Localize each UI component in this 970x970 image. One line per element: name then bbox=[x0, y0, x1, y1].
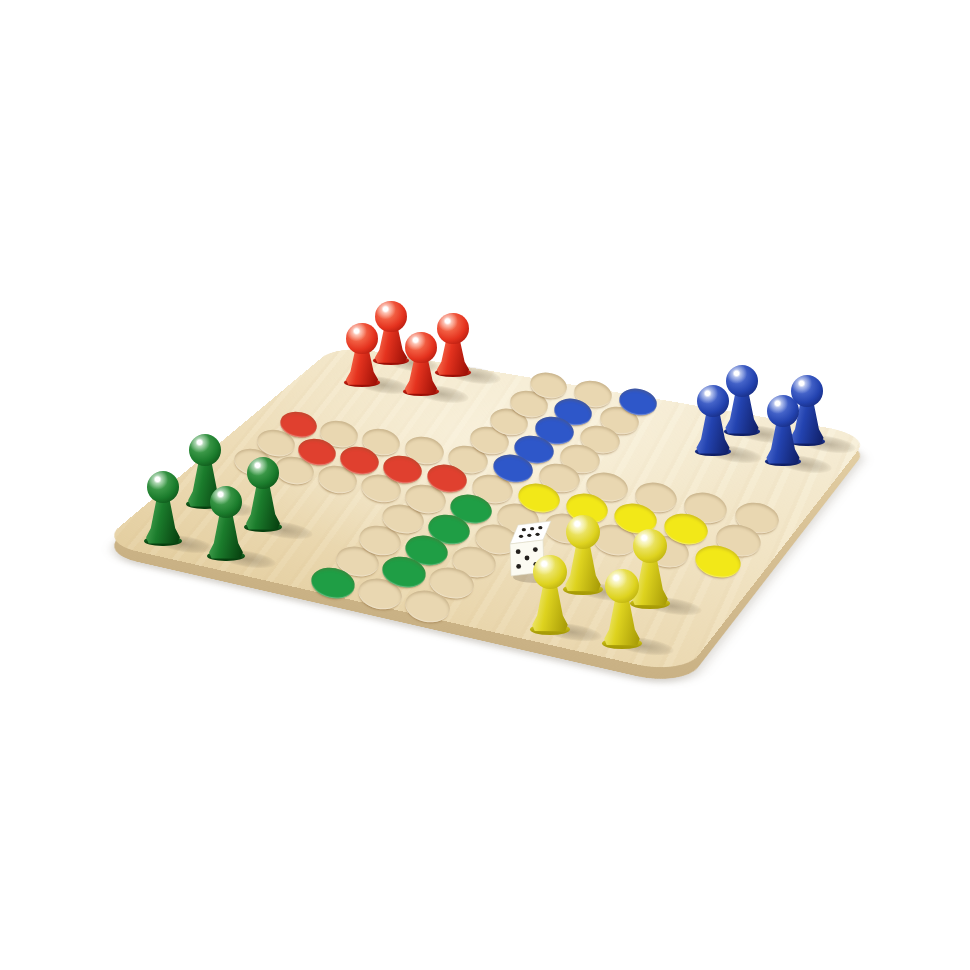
blue-pawn-body bbox=[695, 411, 730, 453]
blue-pawn-3[interactable] bbox=[693, 385, 732, 455]
green-pawn-head bbox=[247, 457, 280, 490]
die-pip bbox=[535, 533, 539, 536]
yellow-pawn-head bbox=[566, 515, 600, 549]
die-pip bbox=[519, 535, 523, 538]
die-pip bbox=[516, 564, 521, 569]
green-pawn-body bbox=[245, 485, 281, 530]
yellow-pawn-4[interactable] bbox=[601, 569, 643, 647]
yellow-pawn-body bbox=[531, 584, 569, 631]
die-pip bbox=[538, 526, 542, 529]
die-top-face bbox=[510, 521, 551, 544]
green-pawn-head bbox=[210, 486, 243, 519]
green-pawn-head bbox=[147, 471, 180, 504]
ludo-board-photo bbox=[0, 0, 970, 970]
yellow-pawn-body bbox=[603, 598, 641, 645]
die-pip bbox=[533, 547, 538, 552]
red-pawn-3[interactable] bbox=[402, 332, 440, 395]
red-pawn-head bbox=[405, 332, 436, 363]
green-pawn-head bbox=[189, 434, 222, 467]
blue-pawn-head bbox=[697, 385, 729, 417]
yellow-pawn-head bbox=[605, 569, 639, 603]
green-pawn-3[interactable] bbox=[143, 471, 183, 545]
blue-pawn-head bbox=[767, 395, 799, 427]
green-pawn-4[interactable] bbox=[206, 486, 246, 560]
green-pawn-body bbox=[208, 514, 244, 559]
yellow-pawn-head bbox=[633, 529, 667, 563]
die-pip bbox=[516, 549, 521, 554]
die-pip bbox=[530, 527, 534, 530]
yellow-pawn-3[interactable] bbox=[529, 555, 571, 633]
red-pawn-head bbox=[346, 323, 377, 354]
green-pawn-2[interactable] bbox=[243, 457, 283, 531]
die-pip bbox=[527, 534, 531, 537]
blue-pawn-4[interactable] bbox=[763, 395, 802, 465]
blue-pawn-body bbox=[765, 421, 800, 463]
red-pawn-head bbox=[437, 313, 468, 344]
yellow-pawn-head bbox=[533, 555, 567, 589]
die-pip bbox=[522, 528, 526, 531]
red-pawn-1[interactable] bbox=[343, 323, 381, 386]
green-pawn-body bbox=[145, 499, 181, 544]
